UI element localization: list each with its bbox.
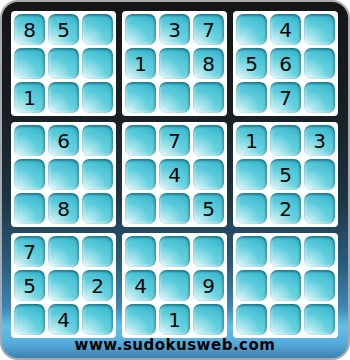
site-footer: www.sudokusweb.com — [2, 336, 348, 354]
block-r0c1: 3718 — [122, 11, 227, 116]
cell-r2c1[interactable] — [14, 48, 45, 79]
cell-r8c6[interactable]: 9 — [193, 270, 224, 301]
cell-r1c4[interactable] — [125, 14, 156, 45]
cell-r2c7[interactable]: 5 — [236, 48, 267, 79]
cell-r4c9[interactable]: 3 — [304, 125, 335, 156]
cell-r7c3[interactable] — [82, 236, 113, 267]
cell-r2c5[interactable] — [159, 48, 190, 79]
cell-r7c4[interactable] — [125, 236, 156, 267]
cell-r4c2[interactable]: 6 — [48, 125, 79, 156]
cell-r6c6[interactable]: 5 — [193, 193, 224, 224]
cell-r5c7[interactable] — [236, 159, 267, 190]
block-r0c2: 4567 — [233, 11, 338, 116]
cell-r8c3[interactable]: 2 — [82, 270, 113, 301]
sudoku-widget: 851371845676874513527524491 www.sudokusw… — [0, 0, 350, 360]
cell-r1c7[interactable] — [236, 14, 267, 45]
cell-r6c5[interactable] — [159, 193, 190, 224]
cell-r1c2[interactable]: 5 — [48, 14, 79, 45]
cell-r9c3[interactable] — [82, 304, 113, 335]
cell-r4c4[interactable] — [125, 125, 156, 156]
block-r1c1: 745 — [122, 122, 227, 227]
cell-r9c8[interactable] — [270, 304, 301, 335]
cell-r7c2[interactable] — [48, 236, 79, 267]
cell-r7c1[interactable]: 7 — [14, 236, 45, 267]
cell-r5c5[interactable]: 4 — [159, 159, 190, 190]
cell-r4c1[interactable] — [14, 125, 45, 156]
cell-r3c5[interactable] — [159, 82, 190, 113]
cell-r5c4[interactable] — [125, 159, 156, 190]
cell-r6c8[interactable]: 2 — [270, 193, 301, 224]
cell-r9c6[interactable] — [193, 304, 224, 335]
board-frame: 851371845676874513527524491 www.sudokusw… — [0, 0, 350, 360]
cell-r2c4[interactable]: 1 — [125, 48, 156, 79]
cell-r4c5[interactable]: 7 — [159, 125, 190, 156]
cell-r3c4[interactable] — [125, 82, 156, 113]
cell-r2c6[interactable]: 8 — [193, 48, 224, 79]
cell-r9c4[interactable] — [125, 304, 156, 335]
cell-r3c6[interactable] — [193, 82, 224, 113]
cell-r9c1[interactable] — [14, 304, 45, 335]
cell-r1c8[interactable]: 4 — [270, 14, 301, 45]
cell-r1c6[interactable]: 7 — [193, 14, 224, 45]
cell-r4c8[interactable] — [270, 125, 301, 156]
cell-r4c3[interactable] — [82, 125, 113, 156]
cell-r1c1[interactable]: 8 — [14, 14, 45, 45]
cell-r8c8[interactable] — [270, 270, 301, 301]
cell-r8c7[interactable] — [236, 270, 267, 301]
cell-r3c7[interactable] — [236, 82, 267, 113]
cell-r1c3[interactable] — [82, 14, 113, 45]
block-r2c0: 7524 — [11, 233, 116, 338]
cell-r6c7[interactable] — [236, 193, 267, 224]
cell-r7c5[interactable] — [159, 236, 190, 267]
footer-url[interactable]: www.sudokusweb.com — [75, 336, 276, 354]
cell-r2c9[interactable] — [304, 48, 335, 79]
cell-r3c9[interactable] — [304, 82, 335, 113]
cell-r7c9[interactable] — [304, 236, 335, 267]
cell-r7c8[interactable] — [270, 236, 301, 267]
cell-r4c6[interactable] — [193, 125, 224, 156]
cell-r9c2[interactable]: 4 — [48, 304, 79, 335]
cell-r6c1[interactable] — [14, 193, 45, 224]
cell-r5c8[interactable]: 5 — [270, 159, 301, 190]
cell-r6c9[interactable] — [304, 193, 335, 224]
cell-r5c6[interactable] — [193, 159, 224, 190]
block-r1c0: 68 — [11, 122, 116, 227]
cell-r8c4[interactable]: 4 — [125, 270, 156, 301]
block-r2c1: 491 — [122, 233, 227, 338]
cell-r9c9[interactable] — [304, 304, 335, 335]
cell-r2c2[interactable] — [48, 48, 79, 79]
cell-r7c7[interactable] — [236, 236, 267, 267]
cell-r5c1[interactable] — [14, 159, 45, 190]
cell-r8c1[interactable]: 5 — [14, 270, 45, 301]
cell-r6c3[interactable] — [82, 193, 113, 224]
cell-r6c2[interactable]: 8 — [48, 193, 79, 224]
cell-r3c3[interactable] — [82, 82, 113, 113]
block-r1c2: 1352 — [233, 122, 338, 227]
block-r2c2 — [233, 233, 338, 338]
block-r0c0: 851 — [11, 11, 116, 116]
cell-r8c9[interactable] — [304, 270, 335, 301]
cell-r6c4[interactable] — [125, 193, 156, 224]
sudoku-board: 851371845676874513527524491 — [11, 11, 338, 338]
cell-r5c3[interactable] — [82, 159, 113, 190]
cell-r2c8[interactable]: 6 — [270, 48, 301, 79]
cell-r1c9[interactable] — [304, 14, 335, 45]
cell-r2c3[interactable] — [82, 48, 113, 79]
cell-r3c2[interactable] — [48, 82, 79, 113]
cell-r3c8[interactable]: 7 — [270, 82, 301, 113]
cell-r9c7[interactable] — [236, 304, 267, 335]
cell-r5c2[interactable] — [48, 159, 79, 190]
cell-r9c5[interactable]: 1 — [159, 304, 190, 335]
cell-r4c7[interactable]: 1 — [236, 125, 267, 156]
cell-r1c5[interactable]: 3 — [159, 14, 190, 45]
cell-r8c2[interactable] — [48, 270, 79, 301]
cell-r7c6[interactable] — [193, 236, 224, 267]
cell-r3c1[interactable]: 1 — [14, 82, 45, 113]
cell-r5c9[interactable] — [304, 159, 335, 190]
cell-r8c5[interactable] — [159, 270, 190, 301]
